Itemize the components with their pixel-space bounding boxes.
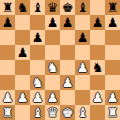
square-a4[interactable]: [0, 60, 15, 75]
white-rook[interactable]: ♜: [107, 105, 119, 120]
square-a5[interactable]: [0, 45, 15, 60]
white-king[interactable]: ♚: [62, 105, 74, 120]
square-d4[interactable]: ♞: [45, 60, 60, 75]
square-e8[interactable]: ♚: [60, 0, 75, 15]
black-bishop[interactable]: ♝: [77, 0, 89, 15]
square-e7[interactable]: ♟: [60, 15, 75, 30]
square-h8[interactable]: ♜: [105, 0, 120, 15]
square-e2[interactable]: [60, 90, 75, 105]
square-b1[interactable]: [15, 105, 30, 120]
square-f2[interactable]: [75, 90, 90, 105]
white-pawn[interactable]: ♟: [92, 90, 104, 105]
square-f5[interactable]: [75, 45, 90, 60]
square-g8[interactable]: [90, 0, 105, 15]
square-c4[interactable]: [30, 60, 45, 75]
square-g4[interactable]: ♞: [90, 60, 105, 75]
white-rook[interactable]: ♜: [2, 105, 14, 120]
square-c6[interactable]: ♟: [30, 30, 45, 45]
black-pawn[interactable]: ♟: [92, 15, 104, 30]
square-b5[interactable]: ♟: [15, 45, 30, 60]
square-f8[interactable]: ♝: [75, 0, 90, 15]
square-d1[interactable]: ♛: [45, 105, 60, 120]
white-pawn[interactable]: ♟: [77, 60, 89, 75]
black-pawn[interactable]: ♟: [32, 30, 44, 45]
square-d2[interactable]: ♟: [45, 90, 60, 105]
square-g2[interactable]: ♟: [90, 90, 105, 105]
square-e4[interactable]: [60, 60, 75, 75]
square-c1[interactable]: ♝: [30, 105, 45, 120]
square-d7[interactable]: ♟: [45, 15, 60, 30]
black-pawn[interactable]: ♟: [107, 15, 119, 30]
square-e1[interactable]: ♚: [60, 105, 75, 120]
square-g6[interactable]: [90, 30, 105, 45]
square-a7[interactable]: ♟: [0, 15, 15, 30]
black-knight[interactable]: ♞: [92, 60, 104, 75]
square-g1[interactable]: [90, 105, 105, 120]
white-knight[interactable]: ♞: [32, 75, 44, 90]
square-a8[interactable]: ♜: [0, 0, 15, 15]
black-bishop[interactable]: ♝: [32, 0, 44, 15]
square-f7[interactable]: [75, 15, 90, 30]
square-g5[interactable]: [90, 45, 105, 60]
square-c5[interactable]: [30, 45, 45, 60]
square-b7[interactable]: [15, 15, 30, 30]
square-d5[interactable]: [45, 45, 60, 60]
square-f4[interactable]: ♟: [75, 60, 90, 75]
square-h7[interactable]: ♟: [105, 15, 120, 30]
black-pawn[interactable]: ♟: [62, 15, 74, 30]
square-a6[interactable]: [0, 30, 15, 45]
square-c3[interactable]: ♞: [30, 75, 45, 90]
square-h3[interactable]: [105, 75, 120, 90]
square-b6[interactable]: [15, 30, 30, 45]
black-rook[interactable]: ♜: [107, 0, 119, 15]
black-queen[interactable]: ♛: [47, 0, 59, 15]
square-h4[interactable]: [105, 60, 120, 75]
square-d6[interactable]: [45, 30, 60, 45]
square-c8[interactable]: ♝: [30, 0, 45, 15]
square-c7[interactable]: [30, 15, 45, 30]
square-h2[interactable]: ♟: [105, 90, 120, 105]
square-a3[interactable]: [0, 75, 15, 90]
square-b3[interactable]: [15, 75, 30, 90]
square-h1[interactable]: ♜: [105, 105, 120, 120]
square-e6[interactable]: [60, 30, 75, 45]
square-d3[interactable]: [45, 75, 60, 90]
black-pawn[interactable]: ♟: [2, 15, 14, 30]
black-pawn[interactable]: ♟: [47, 15, 59, 30]
white-pawn[interactable]: ♟: [62, 75, 74, 90]
square-f3[interactable]: [75, 75, 90, 90]
square-b4[interactable]: [15, 60, 30, 75]
square-a1[interactable]: ♜: [0, 105, 15, 120]
white-pawn[interactable]: ♟: [2, 90, 14, 105]
square-b8[interactable]: ♞: [15, 0, 30, 15]
black-pawn[interactable]: ♟: [17, 45, 29, 60]
square-b2[interactable]: ♟: [15, 90, 30, 105]
white-pawn[interactable]: ♟: [47, 90, 59, 105]
square-c2[interactable]: ♟: [30, 90, 45, 105]
white-bishop[interactable]: ♝: [32, 105, 44, 120]
square-f1[interactable]: ♝: [75, 105, 90, 120]
square-f6[interactable]: ♟: [75, 30, 90, 45]
black-pawn[interactable]: ♟: [77, 30, 89, 45]
square-a2[interactable]: ♟: [0, 90, 15, 105]
chess-board: ♜♞♝♛♚♝♜♟♟♟♟♟♟♟♟♞♟♞♞♟♟♟♟♟♟♟♜♝♛♚♝♜: [0, 0, 120, 120]
white-pawn[interactable]: ♟: [17, 90, 29, 105]
white-pawn[interactable]: ♟: [32, 90, 44, 105]
square-g7[interactable]: ♟: [90, 15, 105, 30]
black-knight[interactable]: ♞: [17, 0, 29, 15]
black-rook[interactable]: ♜: [2, 0, 14, 15]
square-h5[interactable]: [105, 45, 120, 60]
square-e3[interactable]: ♟: [60, 75, 75, 90]
square-h6[interactable]: [105, 30, 120, 45]
square-d8[interactable]: ♛: [45, 0, 60, 15]
black-king[interactable]: ♚: [62, 0, 74, 15]
white-knight[interactable]: ♞: [47, 60, 59, 75]
square-e5[interactable]: [60, 45, 75, 60]
white-bishop[interactable]: ♝: [77, 105, 89, 120]
white-pawn[interactable]: ♟: [107, 90, 119, 105]
square-g3[interactable]: [90, 75, 105, 90]
white-queen[interactable]: ♛: [47, 105, 59, 120]
